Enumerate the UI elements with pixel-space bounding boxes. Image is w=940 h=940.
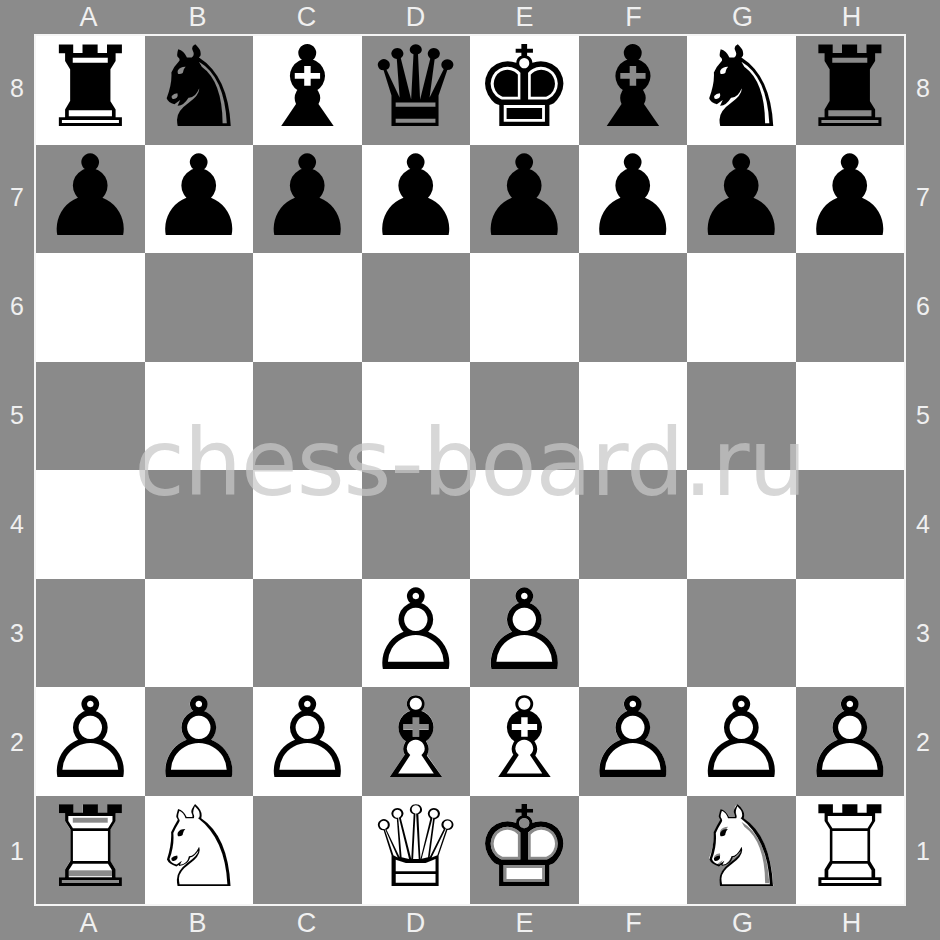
square-g8[interactable]: ♞: [687, 36, 796, 145]
square-c1[interactable]: [253, 796, 362, 905]
pawn-outline-glyph: ♙: [796, 682, 905, 794]
piece-black-pawn-f7: ♟: [579, 145, 688, 254]
square-c5[interactable]: [253, 362, 362, 471]
square-c2[interactable]: ♟♙: [253, 687, 362, 796]
square-b1[interactable]: ♞♘: [145, 796, 254, 905]
rook-glyph: ♜: [36, 31, 145, 143]
square-f3[interactable]: [579, 579, 688, 688]
rook-outline-glyph: ♖: [796, 790, 905, 902]
pawn-outline-glyph: ♙: [253, 682, 362, 794]
piece-black-pawn-b7: ♟: [145, 145, 254, 254]
pawn-glyph: ♟: [796, 139, 905, 251]
square-a8[interactable]: ♜: [36, 36, 145, 145]
piece-black-knight-g8: ♞: [687, 36, 796, 145]
piece-black-bishop-f8: ♝: [579, 36, 688, 145]
rank-label-right-4: 4: [906, 470, 940, 579]
square-e2[interactable]: ♝♗: [470, 687, 579, 796]
piece-white-pawn-c2: ♟♙: [253, 687, 362, 796]
rank-label-right-3: 3: [906, 579, 940, 688]
rank-label-left-5: 5: [0, 361, 34, 470]
piece-black-queen-d8: ♛: [362, 36, 471, 145]
square-f4[interactable]: [579, 470, 688, 579]
square-f1[interactable]: [579, 796, 688, 905]
rank-labels-left: 87654321: [0, 34, 34, 906]
pawn-outline-glyph: ♙: [470, 573, 579, 685]
square-a4[interactable]: [36, 470, 145, 579]
square-b6[interactable]: [145, 253, 254, 362]
knight-glyph: ♞: [145, 31, 254, 143]
square-d8[interactable]: ♛: [362, 36, 471, 145]
square-b4[interactable]: [145, 470, 254, 579]
square-a2[interactable]: ♟♙: [36, 687, 145, 796]
pawn-glyph: ♟: [687, 139, 796, 251]
rook-glyph: ♜: [796, 31, 905, 143]
square-h7[interactable]: ♟: [796, 145, 905, 254]
piece-white-pawn-g2: ♟♙: [687, 687, 796, 796]
piece-black-rook-h8: ♜: [796, 36, 905, 145]
square-a3[interactable]: [36, 579, 145, 688]
square-b3[interactable]: [145, 579, 254, 688]
piece-white-knight-g1: ♞♘: [687, 796, 796, 905]
square-d5[interactable]: [362, 362, 471, 471]
pawn-outline-glyph: ♙: [145, 682, 254, 794]
piece-white-pawn-e3: ♟♙: [470, 579, 579, 688]
square-a6[interactable]: [36, 253, 145, 362]
pawn-outline-glyph: ♙: [36, 682, 145, 794]
square-f8[interactable]: ♝: [579, 36, 688, 145]
square-c4[interactable]: [253, 470, 362, 579]
king-glyph: ♚: [470, 31, 579, 143]
rank-label-right-7: 7: [906, 143, 940, 252]
pawn-glyph: ♟: [36, 139, 145, 251]
piece-white-pawn-h2: ♟♙: [796, 687, 905, 796]
square-g4[interactable]: [687, 470, 796, 579]
pawn-outline-glyph: ♙: [687, 682, 796, 794]
rank-label-right-5: 5: [906, 361, 940, 470]
square-f6[interactable]: [579, 253, 688, 362]
square-c3[interactable]: [253, 579, 362, 688]
rank-label-left-7: 7: [0, 143, 34, 252]
square-c6[interactable]: [253, 253, 362, 362]
rank-label-right-2: 2: [906, 688, 940, 797]
rank-label-right-6: 6: [906, 252, 940, 361]
knight-glyph: ♞: [687, 31, 796, 143]
piece-black-rook-a8: ♜: [36, 36, 145, 145]
piece-white-queen-d1: ♛♕: [362, 796, 471, 905]
bishop-outline-glyph: ♗: [362, 682, 471, 794]
knight-outline-glyph: ♘: [145, 790, 254, 902]
rank-label-left-8: 8: [0, 34, 34, 143]
pawn-glyph: ♟: [253, 139, 362, 251]
square-d7[interactable]: ♟: [362, 145, 471, 254]
square-g7[interactable]: ♟: [687, 145, 796, 254]
piece-black-knight-b8: ♞: [145, 36, 254, 145]
pawn-outline-glyph: ♙: [362, 573, 471, 685]
piece-black-bishop-c8: ♝: [253, 36, 362, 145]
piece-black-pawn-g7: ♟: [687, 145, 796, 254]
piece-white-bishop-e2: ♝♗: [470, 687, 579, 796]
rank-label-left-1: 1: [0, 797, 34, 906]
square-a1[interactable]: ♜♖: [36, 796, 145, 905]
pawn-glyph: ♟: [362, 139, 471, 251]
knight-outline-glyph: ♘: [687, 790, 796, 902]
piece-black-pawn-e7: ♟: [470, 145, 579, 254]
square-h2[interactable]: ♟♙: [796, 687, 905, 796]
queen-outline-glyph: ♕: [362, 790, 471, 902]
square-b5[interactable]: [145, 362, 254, 471]
square-e4[interactable]: [470, 470, 579, 579]
square-e8[interactable]: ♚: [470, 36, 579, 145]
piece-black-pawn-h7: ♟: [796, 145, 905, 254]
square-h4[interactable]: [796, 470, 905, 579]
square-h6[interactable]: [796, 253, 905, 362]
square-b2[interactable]: ♟♙: [145, 687, 254, 796]
square-d2[interactable]: ♝♗: [362, 687, 471, 796]
file-label-bottom-f: F: [579, 906, 688, 940]
piece-white-pawn-d3: ♟♙: [362, 579, 471, 688]
piece-white-king-e1: ♚♔: [470, 796, 579, 905]
square-d3[interactable]: ♟♙: [362, 579, 471, 688]
rank-label-left-4: 4: [0, 470, 34, 579]
piece-black-pawn-a7: ♟: [36, 145, 145, 254]
square-g1[interactable]: ♞♘: [687, 796, 796, 905]
rank-label-right-8: 8: [906, 34, 940, 143]
square-h1[interactable]: ♜♖: [796, 796, 905, 905]
square-f2[interactable]: ♟♙: [579, 687, 688, 796]
pawn-glyph: ♟: [579, 139, 688, 251]
bishop-outline-glyph: ♗: [470, 682, 579, 794]
square-b8[interactable]: ♞: [145, 36, 254, 145]
piece-black-pawn-c7: ♟: [253, 145, 362, 254]
pawn-glyph: ♟: [145, 139, 254, 251]
rank-label-left-3: 3: [0, 579, 34, 688]
square-g3[interactable]: [687, 579, 796, 688]
square-e1[interactable]: ♚♔: [470, 796, 579, 905]
square-d1[interactable]: ♛♕: [362, 796, 471, 905]
piece-white-pawn-a2: ♟♙: [36, 687, 145, 796]
bishop-glyph: ♝: [579, 31, 688, 143]
square-h3[interactable]: [796, 579, 905, 688]
piece-black-pawn-d7: ♟: [362, 145, 471, 254]
piece-white-pawn-f2: ♟♙: [579, 687, 688, 796]
square-g2[interactable]: ♟♙: [687, 687, 796, 796]
square-h5[interactable]: [796, 362, 905, 471]
square-c7[interactable]: ♟: [253, 145, 362, 254]
rook-outline-glyph: ♖: [36, 790, 145, 902]
bishop-glyph: ♝: [253, 31, 362, 143]
square-g6[interactable]: [687, 253, 796, 362]
piece-white-bishop-d2: ♝♗: [362, 687, 471, 796]
piece-black-king-e8: ♚: [470, 36, 579, 145]
rank-label-right-1: 1: [906, 797, 940, 906]
pawn-outline-glyph: ♙: [579, 682, 688, 794]
piece-white-pawn-b2: ♟♙: [145, 687, 254, 796]
piece-white-rook-h1: ♜♖: [796, 796, 905, 905]
square-g5[interactable]: [687, 362, 796, 471]
square-b7[interactable]: ♟: [145, 145, 254, 254]
square-f5[interactable]: [579, 362, 688, 471]
piece-white-knight-b1: ♞♘: [145, 796, 254, 905]
square-e5[interactable]: [470, 362, 579, 471]
piece-white-rook-a1: ♜♖: [36, 796, 145, 905]
king-outline-glyph: ♔: [470, 790, 579, 902]
chess-board: ♜♞♝♛♚♝♞♜♟♟♟♟♟♟♟♟♟♙♟♙♟♙♟♙♟♙♝♗♝♗♟♙♟♙♟♙♜♖♞♘…: [34, 34, 906, 906]
square-e6[interactable]: [470, 253, 579, 362]
square-e7[interactable]: ♟: [470, 145, 579, 254]
square-c8[interactable]: ♝: [253, 36, 362, 145]
rank-label-left-6: 6: [0, 252, 34, 361]
pawn-glyph: ♟: [470, 139, 579, 251]
square-a7[interactable]: ♟: [36, 145, 145, 254]
square-d6[interactable]: [362, 253, 471, 362]
queen-glyph: ♛: [362, 31, 471, 143]
square-h8[interactable]: ♜: [796, 36, 905, 145]
square-f7[interactable]: ♟: [579, 145, 688, 254]
rank-labels-right: 87654321: [906, 34, 940, 906]
square-d4[interactable]: [362, 470, 471, 579]
square-a5[interactable]: [36, 362, 145, 471]
file-label-bottom-c: C: [252, 906, 361, 940]
rank-label-left-2: 2: [0, 688, 34, 797]
square-e3[interactable]: ♟♙: [470, 579, 579, 688]
